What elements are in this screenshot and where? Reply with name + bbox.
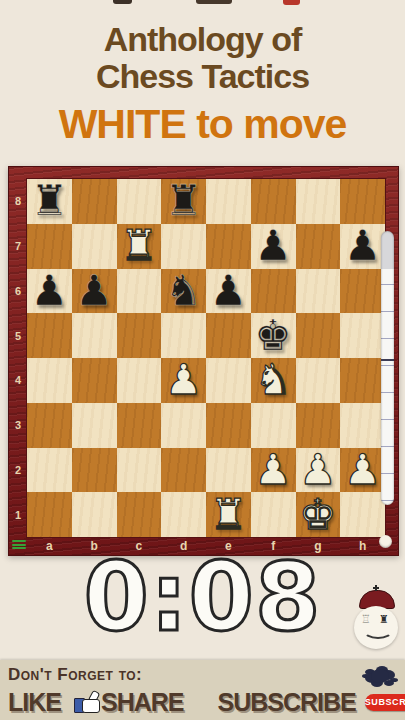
timer-progress-slider[interactable]: [381, 231, 394, 505]
square-g8[interactable]: [296, 179, 341, 224]
rank-label-6: 6: [9, 269, 27, 314]
piece-white-pawn-f2[interactable]: ♟: [251, 448, 296, 493]
slider-mid-tick: [381, 359, 394, 361]
square-d1[interactable]: [161, 492, 206, 537]
piece-white-rook-e1[interactable]: ♜: [206, 492, 251, 537]
piece-black-pawn-e6[interactable]: ♟: [206, 269, 251, 314]
square-d3[interactable]: [161, 403, 206, 448]
square-a4[interactable]: [27, 358, 72, 403]
square-h1[interactable]: [340, 492, 385, 537]
square-e3[interactable]: [206, 403, 251, 448]
title-line-2: Chess Tactics: [0, 58, 405, 95]
chess-board: 87654321 abcdefgh ♜♜♜♟♟♟♟♞♟♚♟♞♟♟♟♜♚: [8, 166, 399, 556]
square-a7[interactable]: [27, 224, 72, 269]
like-button[interactable]: LIKE: [8, 688, 61, 717]
cutoff-fragment: [283, 0, 300, 5]
square-f6[interactable]: [251, 269, 296, 314]
square-a3[interactable]: [27, 403, 72, 448]
splat-logo-icon: [359, 662, 399, 690]
mascot-face: ♖ ♜: [354, 606, 398, 649]
square-b2[interactable]: [72, 448, 117, 493]
square-c3[interactable]: [117, 403, 162, 448]
call-to-action-bar: Don't Forget to: LIKE SHARE SUBSCRIBE SU…: [0, 660, 405, 720]
square-g7[interactable]: [296, 224, 341, 269]
piece-black-rook-d8[interactable]: ♜: [161, 179, 206, 224]
square-d7[interactable]: [161, 224, 206, 269]
square-f8[interactable]: [251, 179, 296, 224]
square-e8[interactable]: [206, 179, 251, 224]
piece-white-pawn-h2[interactable]: ♟: [340, 448, 385, 493]
rank-label-2: 2: [9, 448, 27, 493]
square-a8[interactable]: ♜: [27, 179, 72, 224]
cutoff-fragment: [196, 0, 232, 4]
piece-white-knight-f4[interactable]: ♞: [251, 358, 296, 403]
square-b1[interactable]: [72, 492, 117, 537]
piece-white-pawn-d4[interactable]: ♟: [161, 358, 206, 403]
rank-label-1: 1: [9, 492, 27, 537]
square-d8[interactable]: ♜: [161, 179, 206, 224]
square-f1[interactable]: [251, 492, 296, 537]
square-h7[interactable]: ♟: [340, 224, 385, 269]
square-e7[interactable]: [206, 224, 251, 269]
square-e6[interactable]: ♟: [206, 269, 251, 314]
board-squares: ♜♜♜♟♟♟♟♞♟♚♟♞♟♟♟♜♚: [27, 179, 385, 537]
square-h8[interactable]: [340, 179, 385, 224]
square-d2[interactable]: [161, 448, 206, 493]
square-g5[interactable]: [296, 313, 341, 358]
rank-label-3: 3: [9, 403, 27, 448]
square-a2[interactable]: [27, 448, 72, 493]
square-f5[interactable]: ♚: [251, 313, 296, 358]
footer-actions: LIKE SHARE SUBSCRIBE SUBSCRIBE: [8, 688, 403, 716]
square-h6[interactable]: [340, 269, 385, 314]
rank-label-8: 8: [9, 179, 27, 224]
title-line-1: Anthology of: [0, 21, 405, 58]
side-to-move-banner: WHITE to move: [0, 101, 405, 148]
square-e2[interactable]: [206, 448, 251, 493]
rank-label-7: 7: [9, 224, 27, 269]
square-h2[interactable]: ♟: [340, 448, 385, 493]
square-h4[interactable]: [340, 358, 385, 403]
piece-black-knight-d6[interactable]: ♞: [161, 269, 206, 314]
piece-black-pawn-h7[interactable]: ♟: [340, 224, 385, 269]
piece-black-rook-a8[interactable]: ♜: [27, 179, 72, 224]
square-h5[interactable]: [340, 313, 385, 358]
footer-prompt: Don't Forget to:: [8, 665, 142, 685]
square-c8[interactable]: [117, 179, 162, 224]
record-dot-icon: [379, 535, 392, 548]
square-g1[interactable]: ♚: [296, 492, 341, 537]
piece-white-pawn-g2[interactable]: ♟: [296, 448, 341, 493]
rank-labels: 87654321: [9, 179, 27, 537]
piece-white-king-g1[interactable]: ♚: [296, 492, 341, 537]
share-button[interactable]: SHARE: [101, 688, 184, 717]
square-e1[interactable]: ♜: [206, 492, 251, 537]
page-title: Anthology of Chess Tactics: [0, 21, 405, 95]
square-e4[interactable]: [206, 358, 251, 403]
square-d5[interactable]: [161, 313, 206, 358]
square-c1[interactable]: [117, 492, 162, 537]
piece-black-pawn-b6[interactable]: ♟: [72, 269, 117, 314]
square-c2[interactable]: [117, 448, 162, 493]
square-f7[interactable]: ♟: [251, 224, 296, 269]
square-h3[interactable]: [340, 403, 385, 448]
square-b8[interactable]: [72, 179, 117, 224]
square-f3[interactable]: [251, 403, 296, 448]
square-a1[interactable]: [27, 492, 72, 537]
square-b7[interactable]: [72, 224, 117, 269]
square-g3[interactable]: [296, 403, 341, 448]
square-c4[interactable]: [117, 358, 162, 403]
square-b6[interactable]: ♟: [72, 269, 117, 314]
cutoff-fragment: [113, 0, 132, 4]
square-d4[interactable]: ♟: [161, 358, 206, 403]
square-g2[interactable]: ♟: [296, 448, 341, 493]
square-d6[interactable]: ♞: [161, 269, 206, 314]
piece-black-pawn-f7[interactable]: ♟: [251, 224, 296, 269]
rank-label-4: 4: [9, 358, 27, 403]
square-a5[interactable]: [27, 313, 72, 358]
piece-white-rook-c7[interactable]: ♜: [117, 224, 162, 269]
piece-black-pawn-a6[interactable]: ♟: [27, 269, 72, 314]
square-a6[interactable]: ♟: [27, 269, 72, 314]
smile-icon: [363, 622, 393, 639]
square-b3[interactable]: [72, 403, 117, 448]
video-frame: Anthology of Chess Tactics WHITE to move…: [0, 0, 405, 720]
square-g4[interactable]: [296, 358, 341, 403]
square-c7[interactable]: ♜: [117, 224, 162, 269]
square-b5[interactable]: [72, 313, 117, 358]
countdown-timer: 0:08: [0, 548, 405, 648]
square-b4[interactable]: [72, 358, 117, 403]
piece-black-king-f5[interactable]: ♚: [251, 313, 296, 358]
rank-label-5: 5: [9, 313, 27, 358]
subscribe-button[interactable]: SUBSCRIBE: [365, 694, 405, 711]
square-c6[interactable]: [117, 269, 162, 314]
square-f2[interactable]: ♟: [251, 448, 296, 493]
subscribe-label: SUBSCRIBE: [217, 688, 355, 717]
square-f4[interactable]: ♞: [251, 358, 296, 403]
channel-mascot: ♖ ♜: [352, 589, 400, 655]
square-e5[interactable]: [206, 313, 251, 358]
square-g6[interactable]: [296, 269, 341, 314]
square-c5[interactable]: [117, 313, 162, 358]
